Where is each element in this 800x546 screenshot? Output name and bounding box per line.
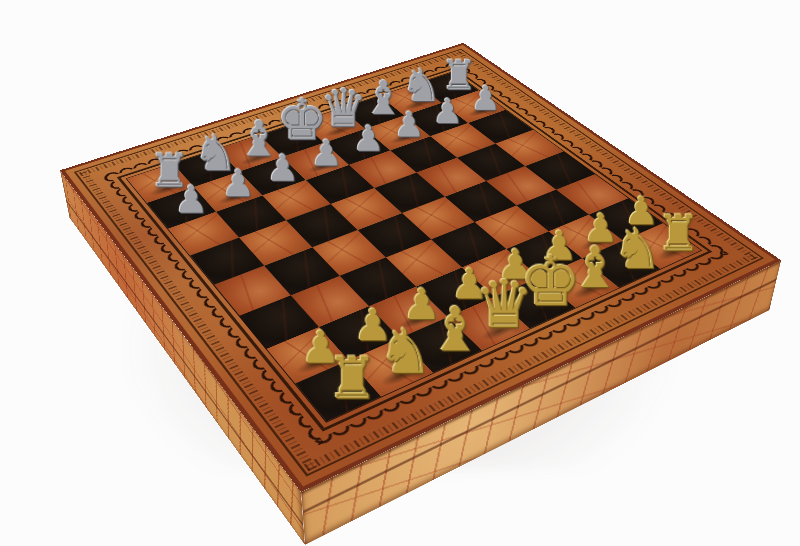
- piece-silver-pawn[interactable]: ♟: [310, 135, 342, 171]
- piece-silver-pawn[interactable]: ♟: [221, 165, 255, 203]
- piece-silver-pawn[interactable]: ♟: [174, 180, 208, 218]
- piece-gold-bishop[interactable]: ♝: [429, 299, 483, 360]
- chess-set-scene: ♜♞♝♚♛♝♞♜♟♟♟♟♟♟♟♟♟♟♟♟♟♟♟♟♜♞♝♛♚♝♞♜: [142, 0, 662, 473]
- piece-gold-knight[interactable]: ♞: [377, 320, 433, 382]
- piece-silver-pawn[interactable]: ♟: [470, 81, 500, 115]
- piece-silver-pawn[interactable]: ♟: [432, 94, 463, 128]
- piece-silver-pawn[interactable]: ♟: [393, 107, 424, 142]
- piece-gold-rook[interactable]: ♜: [656, 208, 700, 257]
- piece-silver-pawn[interactable]: ♟: [352, 121, 384, 157]
- piece-silver-pawn[interactable]: ♟: [266, 149, 299, 186]
- piece-gold-queen[interactable]: ♛: [474, 271, 533, 337]
- product-photo-background: ♜♞♝♚♛♝♞♜♟♟♟♟♟♟♟♟♟♟♟♟♟♟♟♟♜♞♝♛♚♝♞♜: [0, 0, 800, 546]
- piece-gold-rook[interactable]: ♜: [326, 349, 378, 406]
